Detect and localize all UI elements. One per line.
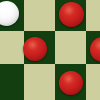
- board-square[interactable]: [24, 0, 55, 31]
- board-square[interactable]: [24, 64, 55, 100]
- checker-piece-red[interactable]: [59, 2, 84, 27]
- checkers-board: [0, 0, 100, 100]
- board-square[interactable]: [0, 64, 24, 100]
- board-square[interactable]: [55, 31, 86, 64]
- board-square[interactable]: [86, 0, 100, 31]
- board-square[interactable]: [0, 31, 24, 64]
- board-square[interactable]: [86, 64, 100, 100]
- checker-piece-red[interactable]: [59, 71, 83, 95]
- checker-piece-red[interactable]: [23, 37, 47, 61]
